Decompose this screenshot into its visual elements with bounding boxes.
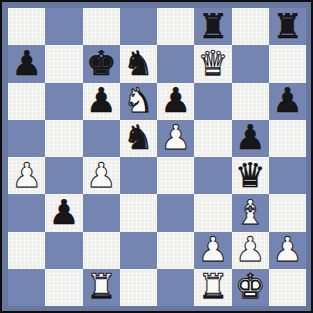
square-c4[interactable]: ♟ <box>83 157 120 194</box>
piece-white-pawn-a4[interactable]: ♟ <box>11 158 41 192</box>
square-d8[interactable] <box>120 8 157 45</box>
square-c7[interactable]: ♚ <box>83 45 120 82</box>
square-a3[interactable] <box>8 194 45 231</box>
piece-white-pawn-g2[interactable]: ♟ <box>235 232 265 266</box>
square-e5[interactable]: ♟ <box>157 120 194 157</box>
piece-black-knight-d5[interactable]: ♞ <box>123 120 153 154</box>
square-c2[interactable] <box>83 232 120 269</box>
square-h7[interactable] <box>269 45 306 82</box>
piece-white-pawn-e5[interactable]: ♟ <box>160 120 190 154</box>
square-e7[interactable] <box>157 45 194 82</box>
square-f2[interactable]: ♟ <box>194 232 231 269</box>
square-a1[interactable] <box>8 269 45 306</box>
piece-white-pawn-c4[interactable]: ♟ <box>86 158 116 192</box>
piece-white-knight-d6[interactable]: ♞ <box>123 83 153 117</box>
chess-board: ♜♜♟♚♞♛♟♞♟♟♞♟♟♟♟♛♟♝♟♟♟♜♜♚ <box>0 0 313 313</box>
piece-black-pawn-g5[interactable]: ♟ <box>235 120 265 154</box>
board-grid: ♜♜♟♚♞♛♟♞♟♟♞♟♟♟♟♛♟♝♟♟♟♜♜♚ <box>8 8 306 306</box>
square-h5[interactable] <box>269 120 306 157</box>
square-g7[interactable] <box>232 45 269 82</box>
square-f5[interactable] <box>194 120 231 157</box>
square-c6[interactable]: ♟ <box>83 83 120 120</box>
square-d3[interactable] <box>120 194 157 231</box>
piece-black-pawn-b3[interactable]: ♟ <box>49 195 79 229</box>
square-e4[interactable] <box>157 157 194 194</box>
square-a5[interactable] <box>8 120 45 157</box>
square-b8[interactable] <box>45 8 82 45</box>
square-g6[interactable] <box>232 83 269 120</box>
square-d2[interactable] <box>120 232 157 269</box>
square-e6[interactable]: ♟ <box>157 83 194 120</box>
square-e1[interactable] <box>157 269 194 306</box>
piece-black-pawn-h6[interactable]: ♟ <box>272 83 302 117</box>
square-b6[interactable] <box>45 83 82 120</box>
square-g3[interactable]: ♝ <box>232 194 269 231</box>
square-f8[interactable]: ♜ <box>194 8 231 45</box>
piece-black-rook-f8[interactable]: ♜ <box>198 9 228 43</box>
piece-white-queen-f7[interactable]: ♛ <box>198 46 228 80</box>
square-d7[interactable]: ♞ <box>120 45 157 82</box>
square-a6[interactable] <box>8 83 45 120</box>
square-d6[interactable]: ♞ <box>120 83 157 120</box>
square-g8[interactable] <box>232 8 269 45</box>
square-f7[interactable]: ♛ <box>194 45 231 82</box>
square-b4[interactable] <box>45 157 82 194</box>
square-h1[interactable] <box>269 269 306 306</box>
square-e2[interactable] <box>157 232 194 269</box>
square-g5[interactable]: ♟ <box>232 120 269 157</box>
square-c5[interactable] <box>83 120 120 157</box>
square-b1[interactable] <box>45 269 82 306</box>
square-a4[interactable]: ♟ <box>8 157 45 194</box>
piece-white-rook-f1[interactable]: ♜ <box>198 269 228 303</box>
piece-white-king-g1[interactable]: ♚ <box>235 269 265 303</box>
square-a2[interactable] <box>8 232 45 269</box>
piece-white-bishop-g3[interactable]: ♝ <box>235 195 265 229</box>
square-b3[interactable]: ♟ <box>45 194 82 231</box>
square-d1[interactable] <box>120 269 157 306</box>
piece-black-knight-d7[interactable]: ♞ <box>123 46 153 80</box>
piece-black-queen-g4[interactable]: ♛ <box>235 158 265 192</box>
square-f6[interactable] <box>194 83 231 120</box>
square-g4[interactable]: ♛ <box>232 157 269 194</box>
square-c1[interactable]: ♜ <box>83 269 120 306</box>
square-h4[interactable] <box>269 157 306 194</box>
square-b5[interactable] <box>45 120 82 157</box>
square-e3[interactable] <box>157 194 194 231</box>
square-g2[interactable]: ♟ <box>232 232 269 269</box>
piece-white-rook-c1[interactable]: ♜ <box>86 269 116 303</box>
square-c3[interactable] <box>83 194 120 231</box>
square-h8[interactable]: ♜ <box>269 8 306 45</box>
square-c8[interactable] <box>83 8 120 45</box>
square-b2[interactable] <box>45 232 82 269</box>
square-f4[interactable] <box>194 157 231 194</box>
square-h3[interactable] <box>269 194 306 231</box>
square-d4[interactable] <box>120 157 157 194</box>
square-h2[interactable]: ♟ <box>269 232 306 269</box>
piece-black-pawn-a7[interactable]: ♟ <box>11 46 41 80</box>
square-e8[interactable] <box>157 8 194 45</box>
piece-black-pawn-e6[interactable]: ♟ <box>160 83 190 117</box>
square-f3[interactable] <box>194 194 231 231</box>
square-a8[interactable] <box>8 8 45 45</box>
piece-white-pawn-f2[interactable]: ♟ <box>198 232 228 266</box>
piece-black-rook-h8[interactable]: ♜ <box>272 9 302 43</box>
square-h6[interactable]: ♟ <box>269 83 306 120</box>
piece-white-pawn-h2[interactable]: ♟ <box>272 232 302 266</box>
piece-black-pawn-c6[interactable]: ♟ <box>86 83 116 117</box>
square-b7[interactable] <box>45 45 82 82</box>
square-a7[interactable]: ♟ <box>8 45 45 82</box>
square-d5[interactable]: ♞ <box>120 120 157 157</box>
piece-black-king-c7[interactable]: ♚ <box>86 46 116 80</box>
square-g1[interactable]: ♚ <box>232 269 269 306</box>
square-f1[interactable]: ♜ <box>194 269 231 306</box>
